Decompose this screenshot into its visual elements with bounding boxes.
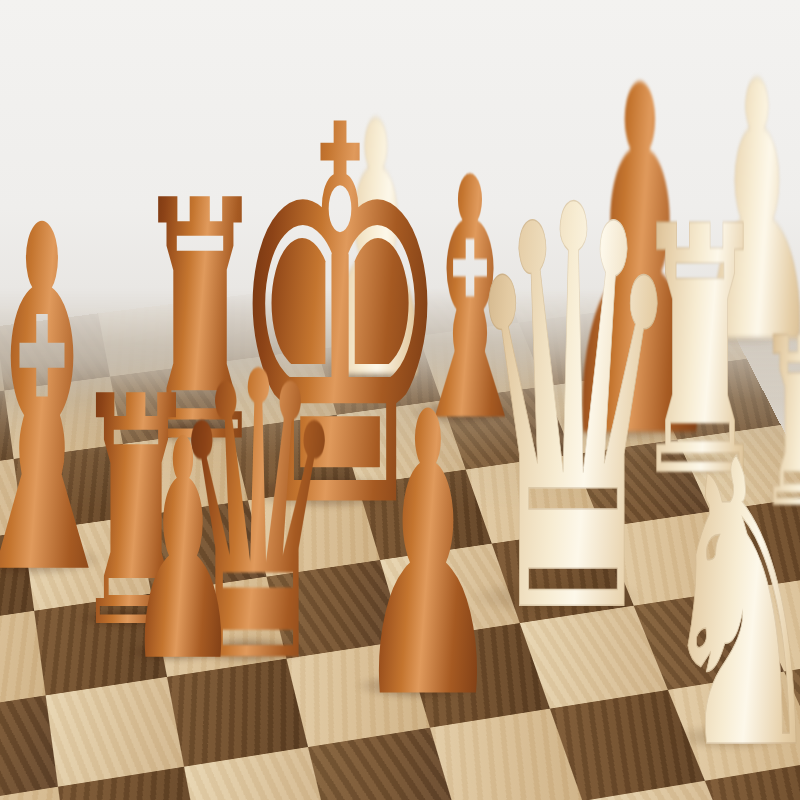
piece-light-knight: ♞	[657, 410, 800, 800]
pieces-layer: ♝♜♚♝♟♜♟♛♟♟♛♜♟♜♞	[0, 0, 800, 800]
piece-dark-pawn: ♟	[126, 400, 240, 704]
chess-set-photo: ♝♜♚♝♟♜♟♛♟♟♛♜♟♜♞	[0, 0, 800, 800]
piece-dark-pawn: ♟	[355, 362, 502, 752]
